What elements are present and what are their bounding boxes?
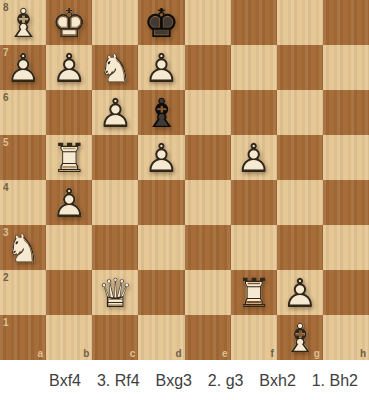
square-g3[interactable] — [277, 225, 323, 270]
square-f7[interactable] — [231, 45, 277, 90]
square-d4[interactable] — [138, 180, 184, 225]
square-h8[interactable] — [323, 0, 369, 45]
square-e1[interactable]: e — [185, 315, 231, 360]
square-g2[interactable]: ♟♙ — [277, 270, 323, 315]
square-d8[interactable]: ♚♔ — [138, 0, 184, 45]
piece-white-pawn[interactable]: ♟♙ — [277, 270, 323, 315]
square-a8[interactable]: 8♝♗ — [0, 0, 46, 45]
rank-label: 2 — [3, 272, 9, 283]
square-a3[interactable]: 3♞♘ — [0, 225, 46, 270]
white-pawn-outline: ♙ — [46, 180, 92, 226]
piece-white-pawn[interactable]: ♟♙ — [138, 45, 184, 90]
square-d3[interactable] — [138, 225, 184, 270]
square-e6[interactable] — [185, 90, 231, 135]
white-pawn-outline: ♙ — [46, 45, 92, 91]
piece-white-pawn[interactable]: ♟♙ — [231, 135, 277, 180]
square-c6[interactable]: ♟♙ — [92, 90, 138, 135]
file-label: e — [222, 348, 228, 359]
file-label: h — [360, 348, 366, 359]
file-label: b — [83, 348, 89, 359]
piece-white-pawn[interactable]: ♟♙ — [46, 180, 92, 225]
piece-white-bishop[interactable]: ♝♗ — [0, 0, 46, 45]
square-b2[interactable] — [46, 270, 92, 315]
square-f8[interactable] — [231, 0, 277, 45]
square-c2[interactable]: ♛♕ — [92, 270, 138, 315]
square-g5[interactable] — [277, 135, 323, 180]
move-text: Bxf4 — [49, 372, 81, 390]
square-b7[interactable]: ♟♙ — [46, 45, 92, 90]
move-text: Bxh2 — [259, 372, 295, 390]
chess-app: 8♝♗♚♔♚♔7♟♙♟♙♞♘♟♙6♟♙♝♗5♜♖♟♙♟♙4♟♙3♞♘2♛♕♜♖♟… — [0, 0, 369, 400]
square-e7[interactable] — [185, 45, 231, 90]
file-label: a — [38, 348, 44, 359]
white-pawn-outline: ♙ — [92, 90, 138, 136]
square-a7[interactable]: 7♟♙ — [0, 45, 46, 90]
white-king-outline: ♔ — [46, 0, 92, 46]
square-c4[interactable] — [92, 180, 138, 225]
square-a6[interactable]: 6 — [0, 90, 46, 135]
square-c8[interactable] — [92, 0, 138, 45]
white-queen-outline: ♕ — [92, 270, 138, 316]
square-e2[interactable] — [185, 270, 231, 315]
piece-black-king[interactable]: ♚♔ — [138, 0, 184, 45]
white-pawn-outline: ♙ — [277, 270, 323, 316]
piece-white-rook[interactable]: ♜♖ — [46, 135, 92, 180]
square-h7[interactable] — [323, 45, 369, 90]
square-g7[interactable] — [277, 45, 323, 90]
square-h6[interactable] — [323, 90, 369, 135]
square-h1[interactable]: h — [323, 315, 369, 360]
square-b4[interactable]: ♟♙ — [46, 180, 92, 225]
square-d2[interactable] — [138, 270, 184, 315]
square-c1[interactable]: c — [92, 315, 138, 360]
square-b5[interactable]: ♜♖ — [46, 135, 92, 180]
piece-white-knight[interactable]: ♞♘ — [0, 225, 46, 270]
chess-board: 8♝♗♚♔♚♔7♟♙♟♙♞♘♟♙6♟♙♝♗5♜♖♟♙♟♙4♟♙3♞♘2♛♕♜♖♟… — [0, 0, 369, 360]
file-label: f — [270, 348, 273, 359]
square-b6[interactable] — [46, 90, 92, 135]
white-pawn-outline: ♙ — [138, 135, 184, 181]
square-h3[interactable] — [323, 225, 369, 270]
piece-white-pawn[interactable]: ♟♙ — [138, 135, 184, 180]
piece-white-knight[interactable]: ♞♘ — [92, 45, 138, 90]
piece-white-pawn[interactable]: ♟♙ — [0, 45, 46, 90]
white-bishop-outline: ♗ — [277, 315, 323, 361]
file-label: c — [130, 348, 136, 359]
square-h4[interactable] — [323, 180, 369, 225]
rank-label: 5 — [3, 137, 9, 148]
square-e3[interactable] — [185, 225, 231, 270]
piece-white-queen[interactable]: ♛♕ — [92, 270, 138, 315]
piece-white-rook[interactable]: ♜♖ — [231, 270, 277, 315]
square-h5[interactable] — [323, 135, 369, 180]
piece-black-bishop[interactable]: ♝♗ — [138, 90, 184, 135]
square-a2[interactable]: 2 — [0, 270, 46, 315]
square-f2[interactable]: ♜♖ — [231, 270, 277, 315]
white-knight-outline: ♘ — [92, 45, 138, 91]
square-c5[interactable] — [92, 135, 138, 180]
square-a4[interactable]: 4 — [0, 180, 46, 225]
square-f5[interactable]: ♟♙ — [231, 135, 277, 180]
square-a1[interactable]: 1a — [0, 315, 46, 360]
white-bishop-outline: ♗ — [0, 0, 46, 46]
square-e8[interactable] — [185, 0, 231, 45]
square-f6[interactable] — [231, 90, 277, 135]
square-g1[interactable]: g♝♗ — [277, 315, 323, 360]
rank-label: 4 — [3, 182, 9, 193]
solution-moves-bar: Bxf4 3. Rf4 Bxg3 2. g3 Bxh2 1. Bh2 — [0, 360, 369, 400]
black-king-outline: ♔ — [138, 0, 184, 46]
move-text: 3. Rf4 — [97, 372, 140, 390]
white-knight-outline: ♘ — [0, 225, 46, 271]
white-pawn-outline: ♙ — [231, 135, 277, 181]
square-g4[interactable] — [277, 180, 323, 225]
white-rook-outline: ♖ — [231, 270, 277, 316]
rank-label: 1 — [3, 317, 9, 328]
square-d6[interactable]: ♝♗ — [138, 90, 184, 135]
square-a5[interactable]: 5 — [0, 135, 46, 180]
move-text: 1. Bh2 — [312, 372, 358, 390]
square-g6[interactable] — [277, 90, 323, 135]
white-pawn-outline: ♙ — [0, 45, 46, 91]
piece-white-pawn[interactable]: ♟♙ — [46, 45, 92, 90]
square-c7[interactable]: ♞♘ — [92, 45, 138, 90]
black-bishop-outline: ♗ — [138, 90, 184, 136]
square-b1[interactable]: b — [46, 315, 92, 360]
square-c3[interactable] — [92, 225, 138, 270]
rank-label: 6 — [3, 92, 9, 103]
square-f1[interactable]: f — [231, 315, 277, 360]
file-label: d — [175, 348, 181, 359]
square-e4[interactable] — [185, 180, 231, 225]
square-g8[interactable] — [277, 0, 323, 45]
move-text: Bxg3 — [155, 372, 191, 390]
square-d1[interactable]: d — [138, 315, 184, 360]
white-pawn-outline: ♙ — [138, 45, 184, 91]
square-f4[interactable] — [231, 180, 277, 225]
square-b3[interactable] — [46, 225, 92, 270]
square-h2[interactable] — [323, 270, 369, 315]
square-d7[interactable]: ♟♙ — [138, 45, 184, 90]
piece-white-king[interactable]: ♚♔ — [46, 0, 92, 45]
white-rook-outline: ♖ — [46, 135, 92, 181]
move-text: 2. g3 — [208, 372, 244, 390]
piece-white-pawn[interactable]: ♟♙ — [92, 90, 138, 135]
square-d5[interactable]: ♟♙ — [138, 135, 184, 180]
piece-white-bishop[interactable]: ♝♗ — [277, 315, 323, 360]
square-e5[interactable] — [185, 135, 231, 180]
square-f3[interactable] — [231, 225, 277, 270]
square-b8[interactable]: ♚♔ — [46, 0, 92, 45]
